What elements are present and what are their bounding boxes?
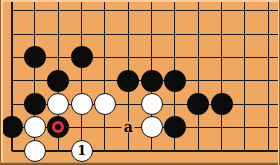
intersection-10-3 [210,46,233,69]
frame-right-edge [278,0,280,165]
intersection-4-1 [70,0,93,22]
intersection-3-5 [47,92,70,115]
intersection-8-4 [163,69,186,92]
intersection-7-2 [140,22,163,45]
intersection-5-4 [93,69,116,92]
intersection-8-3 [163,46,186,69]
intersection-12-6 [257,116,280,139]
intersection-2-1 [23,0,46,22]
point-label-a: a [122,122,135,133]
intersection-10-2 [210,22,233,45]
intersection-7-7 [140,139,163,162]
black-stone [1,116,23,138]
white-stone [71,93,93,115]
move-number-1: 1 [77,144,86,157]
intersection-1-6 [0,116,23,139]
intersection-12-3 [257,46,280,69]
intersection-8-1 [163,0,186,22]
frame-left-edge [0,0,3,165]
intersection-5-3 [93,46,116,69]
intersection-4-7: 1 [70,139,93,162]
intersection-6-2 [117,22,140,45]
black-stone [47,70,69,92]
intersection-11-3 [233,46,256,69]
intersection-9-5 [187,92,210,115]
intersection-1-4 [0,69,23,92]
black-stone [71,46,93,68]
intersection-12-1 [257,0,280,22]
intersection-9-4 [187,69,210,92]
white-stone: 1 [71,140,93,162]
intersection-2-3 [23,46,46,69]
white-stone [141,116,163,138]
intersection-5-6 [93,116,116,139]
intersection-10-6 [210,116,233,139]
intersection-4-3 [70,46,93,69]
intersection-3-4 [47,69,70,92]
intersection-9-3 [187,46,210,69]
intersection-11-6 [233,116,256,139]
intersection-11-2 [233,22,256,45]
black-stone [117,70,139,92]
black-stone [211,93,233,115]
intersection-7-1 [140,0,163,22]
intersection-1-7 [0,139,23,162]
black-stone [164,70,186,92]
black-stone [141,70,163,92]
intersection-8-5 [163,92,186,115]
white-stone [47,93,69,115]
red-circle-marker [52,121,64,133]
intersection-7-3 [140,46,163,69]
white-stone [94,93,116,115]
intersection-6-1 [117,0,140,22]
intersection-4-2 [70,22,93,45]
go-board: a1 [0,0,280,162]
intersection-3-3 [47,46,70,69]
intersection-12-4 [257,69,280,92]
intersection-3-2 [47,22,70,45]
intersection-8-6 [163,116,186,139]
frame-top-edge [0,0,280,2]
intersection-9-2 [187,22,210,45]
intersection-2-7 [23,139,46,162]
intersection-3-6 [47,116,70,139]
intersection-12-2 [257,22,280,45]
intersection-4-5 [70,92,93,115]
intersection-12-7 [257,139,280,162]
intersection-1-2 [0,22,23,45]
intersection-8-7 [163,139,186,162]
intersection-7-6 [140,116,163,139]
go-diagram: a1 [0,0,280,165]
intersection-11-1 [233,0,256,22]
intersection-6-7 [117,139,140,162]
intersection-8-2 [163,22,186,45]
intersection-5-2 [93,22,116,45]
black-stone [47,116,69,138]
intersection-10-4 [210,69,233,92]
intersection-5-5 [93,92,116,115]
intersection-9-7 [187,139,210,162]
intersection-5-1 [93,0,116,22]
intersection-3-1 [47,0,70,22]
intersection-11-7 [233,139,256,162]
intersection-6-6: a [117,116,140,139]
black-stone [187,93,209,115]
intersection-6-5 [117,92,140,115]
white-stone [24,140,46,162]
intersection-10-7 [210,139,233,162]
black-stone [24,93,46,115]
intersection-10-5 [210,92,233,115]
intersection-7-4 [140,69,163,92]
intersection-9-6 [187,116,210,139]
black-stone [164,116,186,138]
intersection-2-5 [23,92,46,115]
intersection-5-7 [93,139,116,162]
intersection-9-1 [187,0,210,22]
frame-bottom-edge [0,162,280,165]
intersection-1-3 [0,46,23,69]
intersection-6-3 [117,46,140,69]
intersection-11-4 [233,69,256,92]
intersection-10-1 [210,0,233,22]
intersection-2-6 [23,116,46,139]
intersection-12-5 [257,92,280,115]
intersection-1-1 [0,0,23,22]
intersection-2-2 [23,22,46,45]
intersection-11-5 [233,92,256,115]
intersection-1-5 [0,92,23,115]
intersection-4-4 [70,69,93,92]
white-stone [24,116,46,138]
white-stone [141,93,163,115]
intersection-2-4 [23,69,46,92]
intersection-3-7 [47,139,70,162]
intersection-6-4 [117,69,140,92]
intersection-4-6 [70,116,93,139]
intersection-7-5 [140,92,163,115]
black-stone [24,46,46,68]
